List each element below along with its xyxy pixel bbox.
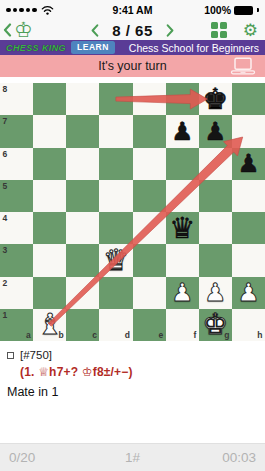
rank-label-5: 5 <box>3 181 8 191</box>
piece-white-pawn-h2[interactable]: ♟ <box>237 277 259 308</box>
piece-black-pawn-f7[interactable]: ♟ <box>171 116 193 147</box>
variation-text[interactable]: (1. ♕h7+? ♔f8±/+−) <box>20 365 257 379</box>
piece-black-king-g8[interactable]: ♚ <box>202 84 228 115</box>
square-h1[interactable]: h <box>232 309 265 341</box>
square-f8[interactable] <box>166 83 199 115</box>
piece-white-queen-d3[interactable]: ♛ <box>103 245 129 276</box>
square-e3[interactable] <box>133 244 166 276</box>
square-f4[interactable]: ♛ <box>166 212 199 244</box>
square-c4[interactable] <box>66 212 99 244</box>
course-title: Chess School for Beginners <box>129 42 259 54</box>
battery-nub <box>257 8 259 12</box>
square-c7[interactable] <box>66 115 99 147</box>
square-g6[interactable] <box>199 148 232 180</box>
square-g5[interactable] <box>199 180 232 212</box>
square-h4[interactable] <box>232 212 265 244</box>
piece-white-pawn-g2[interactable]: ♟ <box>204 277 226 308</box>
square-g1[interactable]: g♚ <box>199 309 232 341</box>
square-b2[interactable] <box>33 277 66 309</box>
square-f1[interactable]: f <box>166 309 199 341</box>
square-f6[interactable] <box>166 148 199 180</box>
turn-banner: It's your turn <box>0 55 265 77</box>
square-e2[interactable] <box>133 277 166 309</box>
timer-text: 00:03 <box>222 450 256 465</box>
nav-bar: ♔ 8 / 65 ⚙ <box>0 20 265 40</box>
annotation-panel: [#750] (1. ♕h7+? ♔f8±/+−) Mate in 1 <box>0 341 265 443</box>
bottom-bar: 1# 0/20 00:03 <box>0 443 265 471</box>
exercise-grid-button[interactable] <box>211 22 227 38</box>
square-c5[interactable] <box>66 180 99 212</box>
square-g3[interactable] <box>199 244 232 276</box>
rank-label-2: 2 <box>3 278 8 288</box>
learn-badge: LEARN <box>71 41 115 54</box>
square-h3[interactable] <box>232 244 265 276</box>
engine-laptop-icon[interactable] <box>230 57 256 75</box>
square-d3[interactable]: ♛ <box>99 244 132 276</box>
piece-black-pawn-g7[interactable]: ♟ <box>204 116 226 147</box>
square-g7[interactable]: ♟ <box>199 115 232 147</box>
score-text: 0/20 <box>9 450 35 465</box>
square-d8[interactable] <box>99 83 132 115</box>
square-h6[interactable]: ♟ <box>232 148 265 180</box>
square-a1[interactable]: 1a <box>0 309 33 341</box>
square-a8[interactable]: 8 <box>0 83 33 115</box>
square-b4[interactable] <box>33 212 66 244</box>
file-label-f: f <box>193 330 196 340</box>
task-text: Mate in 1 <box>7 385 257 399</box>
square-b5[interactable] <box>33 180 66 212</box>
file-label-g: g <box>224 330 229 340</box>
rank-label-8: 8 <box>3 84 8 94</box>
square-b8[interactable] <box>33 83 66 115</box>
exercise-id: [#750] <box>20 349 52 361</box>
rank-label-3: 3 <box>3 245 8 255</box>
board-grid: 8♚7♟♟6♟54♛3♛2♟♟♟1ab♝cdefg♚h <box>0 83 265 341</box>
file-label-d: d <box>125 330 130 340</box>
square-b6[interactable] <box>33 148 66 180</box>
square-b7[interactable] <box>33 115 66 147</box>
white-to-move-marker-icon <box>7 352 14 359</box>
file-label-a: a <box>26 330 31 340</box>
battery-percent: 100% <box>204 4 231 16</box>
square-e1[interactable]: e <box>133 309 166 341</box>
square-b3[interactable] <box>33 244 66 276</box>
square-g4[interactable] <box>199 212 232 244</box>
square-d1[interactable]: d <box>99 309 132 341</box>
square-e4[interactable] <box>133 212 166 244</box>
rank-label-6: 6 <box>3 149 8 159</box>
square-e8[interactable] <box>133 83 166 115</box>
battery-icon <box>234 6 253 15</box>
square-f3[interactable] <box>166 244 199 276</box>
square-c1[interactable]: c <box>66 309 99 341</box>
turn-banner-text: It's your turn <box>98 59 166 73</box>
status-bar: 9:41 AM 100% <box>0 0 265 20</box>
square-h5[interactable] <box>232 180 265 212</box>
square-a6[interactable]: 6 <box>0 148 33 180</box>
exercise-counter[interactable]: 8 / 65 <box>112 22 153 39</box>
square-h2[interactable]: ♟ <box>232 277 265 309</box>
chess-king-logo-text: CHESS KING <box>6 43 66 53</box>
file-label-b: b <box>59 330 64 340</box>
square-c8[interactable] <box>66 83 99 115</box>
square-f5[interactable] <box>166 180 199 212</box>
square-d6[interactable] <box>99 148 132 180</box>
square-f2[interactable]: ♟ <box>166 277 199 309</box>
square-g2[interactable]: ♟ <box>199 277 232 309</box>
square-a5[interactable]: 5 <box>0 180 33 212</box>
piece-black-pawn-h6[interactable]: ♟ <box>237 148 259 179</box>
brand-bar: CHESS KING LEARN Chess School for Beginn… <box>0 40 265 55</box>
square-c2[interactable] <box>66 277 99 309</box>
square-e5[interactable] <box>133 180 166 212</box>
rank-label-1: 1 <box>3 310 8 320</box>
square-d7[interactable] <box>99 115 132 147</box>
piece-black-queen-f4[interactable]: ♛ <box>169 213 195 244</box>
square-f7[interactable]: ♟ <box>166 115 199 147</box>
square-a4[interactable]: 4 <box>0 212 33 244</box>
square-d5[interactable] <box>99 180 132 212</box>
square-e7[interactable] <box>133 115 166 147</box>
rank-label-7: 7 <box>3 116 8 126</box>
rank-label-4: 4 <box>3 213 8 223</box>
battery-cluster: 100% <box>204 4 259 16</box>
square-a2[interactable]: 2 <box>0 277 33 309</box>
square-a3[interactable]: 3 <box>0 244 33 276</box>
chess-board: 8♚7♟♟6♟54♛3♛2♟♟♟1ab♝cdefg♚h <box>0 83 265 341</box>
file-label-e: e <box>158 330 163 340</box>
next-exercise-chevron-icon[interactable] <box>166 24 174 37</box>
prev-exercise-chevron-icon[interactable] <box>91 24 99 37</box>
file-label-h: h <box>257 330 262 340</box>
square-c6[interactable] <box>66 148 99 180</box>
square-e6[interactable] <box>133 148 166 180</box>
square-g8[interactable]: ♚ <box>199 83 232 115</box>
square-h8[interactable] <box>232 83 265 115</box>
square-b1[interactable]: b♝ <box>33 309 66 341</box>
square-a7[interactable]: 7 <box>0 115 33 147</box>
square-d4[interactable] <box>99 212 132 244</box>
square-c3[interactable] <box>66 244 99 276</box>
piece-white-pawn-f2[interactable]: ♟ <box>171 277 193 308</box>
file-label-c: c <box>92 330 97 340</box>
app-window: 9:41 AM 100% ♔ 8 / 65 ⚙ <box>0 0 265 471</box>
square-h7[interactable] <box>232 115 265 147</box>
square-d2[interactable] <box>99 277 132 309</box>
settings-gear-icon[interactable]: ⚙ <box>243 22 258 39</box>
